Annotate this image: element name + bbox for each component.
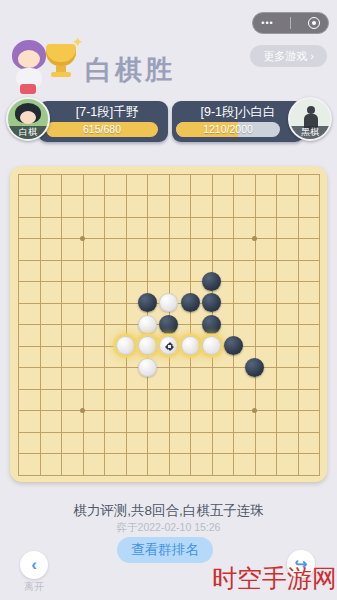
stone-white <box>138 315 157 334</box>
target-dot <box>312 21 316 25</box>
stone-white <box>181 336 200 355</box>
stone-white <box>159 336 178 355</box>
white-player-bar: [7-1段]千野 615/680 <box>38 101 168 142</box>
mascot-face <box>18 50 40 68</box>
grid-line-h <box>18 453 320 454</box>
sparkle-icon: ✦ <box>72 34 84 50</box>
stone-black <box>159 315 178 334</box>
star-point <box>80 408 85 413</box>
mascot-trophy-image: ✦ <box>10 32 86 98</box>
stone-black <box>224 336 243 355</box>
stone-black <box>181 293 200 312</box>
white-player-avatar: 白棋 <box>6 97 50 141</box>
trophy-base <box>51 72 71 77</box>
capsule-divider <box>290 17 291 29</box>
grid-line-v <box>233 174 234 475</box>
black-player-avatar: 黑棋 <box>288 97 332 141</box>
star-point <box>252 236 257 241</box>
mascot-ribbon <box>20 84 36 94</box>
more-games-button[interactable]: 更多游戏 › <box>250 45 327 67</box>
grid-line-h <box>18 367 320 368</box>
grid-line-v <box>255 174 256 475</box>
more-games-label: 更多游戏 <box>263 49 307 64</box>
stone-white <box>159 293 178 312</box>
white-progress-pill: 615/680 <box>46 122 158 137</box>
star-point <box>252 408 257 413</box>
grid-line-v <box>298 174 299 475</box>
result-summary: 棋力评测,共8回合,白棋五子连珠 <box>0 502 337 520</box>
last-move-marker-icon <box>163 340 176 353</box>
grid-line-h <box>18 475 320 476</box>
stone-white <box>116 336 135 355</box>
stone-black <box>138 293 157 312</box>
black-player-name: [9-1段]小白白 <box>172 104 304 121</box>
view-group-ranking-button[interactable]: 查看群排名 <box>117 537 213 563</box>
grid-line-v <box>319 174 320 475</box>
avatar-face <box>20 111 36 124</box>
stone-black <box>202 272 221 291</box>
grid-line-h <box>18 432 320 433</box>
close-minimize-icon[interactable] <box>308 17 320 29</box>
white-score: 615/680 <box>46 122 158 137</box>
game-date: 弈于2022-02-10 15:26 <box>0 521 337 535</box>
black-score: 1210/2000 <box>176 122 280 137</box>
app-screen: ••• ✦ 白棋胜 更多游戏 › [7-1段]千野 615/680 白棋 <box>0 0 337 600</box>
stone-white <box>138 336 157 355</box>
result-title: 白棋胜 <box>85 52 235 88</box>
stone-white <box>138 358 157 377</box>
stone-white <box>202 336 221 355</box>
more-options-icon[interactable]: ••• <box>261 19 273 28</box>
site-watermark: 时空手游网 <box>212 562 337 595</box>
wechat-capsule[interactable]: ••• <box>252 12 329 34</box>
avatar-figure-head <box>307 106 315 114</box>
board-panel <box>10 166 327 482</box>
grid-line-h <box>18 389 320 390</box>
black-progress-pill: 1210/2000 <box>176 122 280 137</box>
stone-black <box>245 358 264 377</box>
stone-black <box>202 293 221 312</box>
chevron-right-icon: › <box>310 50 314 62</box>
black-player-bar: [9-1段]小白白 1210/2000 <box>172 101 304 142</box>
leave-button[interactable]: ‹ <box>20 551 48 579</box>
leave-label: 离开 <box>14 580 54 594</box>
grid-line-h <box>18 410 320 411</box>
white-player-name: [7-1段]千野 <box>42 104 172 121</box>
grid-line-v <box>276 174 277 475</box>
star-point <box>80 236 85 241</box>
board-grid <box>10 166 327 482</box>
stone-black <box>202 315 221 334</box>
grid-line-v <box>190 174 191 475</box>
